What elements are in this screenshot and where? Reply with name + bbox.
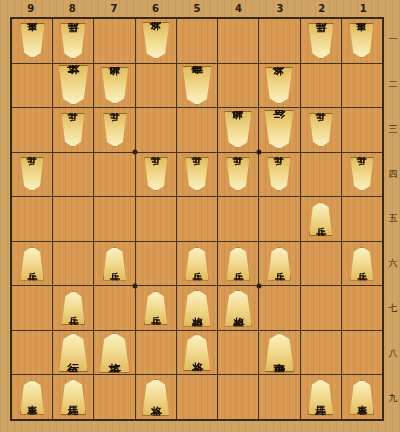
piece-kanji: 角行: [273, 128, 285, 132]
cell-39[interactable]: [259, 375, 299, 419]
cell-42[interactable]: [218, 64, 258, 108]
cell-33[interactable]: 角行: [259, 108, 299, 152]
piece-sente-lance-99[interactable]: 香車: [20, 380, 45, 415]
piece-gote-lance-91[interactable]: 香車: [20, 23, 45, 58]
file-label-1: 1: [342, 0, 384, 17]
piece-kanji: 飛車: [191, 83, 203, 87]
cell-89[interactable]: 桂馬: [53, 375, 93, 419]
cell-76[interactable]: 歩兵: [94, 242, 134, 286]
piece-sente-gold-69[interactable]: 金将: [142, 379, 170, 416]
piece-sente-pawn-16[interactable]: 歩兵: [350, 247, 374, 281]
piece-sente-pawn-25[interactable]: 歩兵: [309, 202, 333, 236]
cell-66[interactable]: [136, 242, 176, 286]
cell-88[interactable]: 角行: [53, 331, 93, 375]
piece-gote-pawn-54[interactable]: 歩兵: [185, 157, 209, 191]
piece-kanji: 歩兵: [192, 172, 202, 176]
piece-sente-pawn-76[interactable]: 歩兵: [103, 247, 127, 281]
piece-kanji: 歩兵: [274, 262, 284, 266]
piece-gote-lance-11[interactable]: 香車: [349, 23, 374, 58]
piece-kanji: 香車: [357, 39, 367, 43]
cell-37[interactable]: [259, 286, 299, 330]
piece-kanji: 桂馬: [315, 395, 326, 399]
cell-46[interactable]: 歩兵: [218, 242, 258, 286]
cell-73[interactable]: 歩兵: [94, 108, 134, 152]
shogi-app: 987654321 一二三四五六七八九 香車桂馬金将桂馬香車王将銀将飛車金将歩兵…: [0, 0, 400, 432]
cell-47[interactable]: 銀将: [218, 286, 258, 330]
cell-23[interactable]: 歩兵: [301, 108, 341, 152]
cell-36[interactable]: 歩兵: [259, 242, 299, 286]
cell-59[interactable]: [177, 375, 217, 419]
cell-58[interactable]: 金将: [177, 331, 217, 375]
piece-kanji: 歩兵: [233, 262, 243, 266]
rank-label-1: 一: [386, 17, 400, 62]
piece-kanji: 歩兵: [316, 128, 326, 132]
piece-sente-knight-29[interactable]: 桂馬: [308, 379, 334, 415]
cell-13[interactable]: [342, 108, 382, 152]
piece-sente-king-78[interactable]: 王将: [99, 333, 130, 373]
hoshi-dot-3: [133, 283, 138, 288]
piece-kanji: 歩兵: [233, 172, 243, 176]
piece-kanji: 銀将: [191, 306, 203, 310]
rank-label-8: 八: [386, 331, 400, 376]
cell-11[interactable]: 香車: [342, 19, 382, 63]
rank-label-6: 六: [386, 241, 400, 286]
cell-17[interactable]: [342, 286, 382, 330]
cell-71[interactable]: [94, 19, 134, 63]
piece-kanji: 歩兵: [27, 262, 37, 266]
piece-kanji: 角行: [67, 351, 79, 355]
cell-87[interactable]: 歩兵: [53, 286, 93, 330]
cell-18[interactable]: [342, 331, 382, 375]
piece-sente-silver-57[interactable]: 銀将: [183, 290, 211, 327]
cell-57[interactable]: 銀将: [177, 286, 217, 330]
cell-96[interactable]: 歩兵: [12, 242, 52, 286]
file-label-8: 8: [52, 0, 94, 17]
piece-gote-pawn-64[interactable]: 歩兵: [144, 157, 168, 191]
piece-kanji: 香車: [357, 395, 367, 399]
cell-32[interactable]: 金将: [259, 64, 299, 108]
piece-sente-pawn-96[interactable]: 歩兵: [20, 247, 44, 281]
cell-34[interactable]: 歩兵: [259, 153, 299, 197]
cell-54[interactable]: 歩兵: [177, 153, 217, 197]
piece-kanji: 金将: [150, 395, 162, 399]
piece-kanji: 歩兵: [68, 128, 78, 132]
piece-sente-pawn-36[interactable]: 歩兵: [267, 247, 291, 281]
piece-kanji: 王将: [67, 83, 80, 87]
cell-16[interactable]: 歩兵: [342, 242, 382, 286]
hoshi-dot-1: [133, 150, 138, 155]
cell-27[interactable]: [301, 286, 341, 330]
cell-85[interactable]: [53, 197, 93, 241]
piece-gote-bishop-33[interactable]: 角行: [264, 110, 294, 149]
file-label-9: 9: [10, 0, 52, 17]
piece-sente-bishop-88[interactable]: 角行: [58, 333, 88, 372]
cell-56[interactable]: 歩兵: [177, 242, 217, 286]
cell-74[interactable]: [94, 153, 134, 197]
cell-75[interactable]: [94, 197, 134, 241]
cell-41[interactable]: [218, 19, 258, 63]
cell-84[interactable]: [53, 153, 93, 197]
cell-21[interactable]: 桂馬: [301, 19, 341, 63]
rank-coordinates: 一二三四五六七八九: [386, 17, 400, 421]
cell-86[interactable]: [53, 242, 93, 286]
rank-label-2: 二: [386, 62, 400, 107]
piece-sente-rook-38[interactable]: 飛車: [264, 333, 294, 372]
cell-29[interactable]: 桂馬: [301, 375, 341, 419]
cell-61[interactable]: 金将: [136, 19, 176, 63]
piece-kanji: 桂馬: [68, 39, 79, 43]
piece-gote-pawn-83[interactable]: 歩兵: [61, 113, 85, 147]
cell-55[interactable]: [177, 197, 217, 241]
cell-98[interactable]: [12, 331, 52, 375]
cell-82[interactable]: 王将: [53, 64, 93, 108]
piece-sente-pawn-46[interactable]: 歩兵: [226, 247, 250, 281]
cell-63[interactable]: [136, 108, 176, 152]
piece-kanji: 歩兵: [151, 172, 161, 176]
piece-gote-pawn-73[interactable]: 歩兵: [103, 113, 127, 147]
cell-12[interactable]: [342, 64, 382, 108]
cell-22[interactable]: [301, 64, 341, 108]
cell-31[interactable]: [259, 19, 299, 63]
piece-sente-pawn-56[interactable]: 歩兵: [185, 247, 209, 281]
cell-77[interactable]: [94, 286, 134, 330]
cell-38[interactable]: 飛車: [259, 331, 299, 375]
piece-kanji: 金将: [274, 83, 286, 87]
piece-kanji: 桂馬: [68, 395, 79, 399]
rank-label-7: 七: [386, 286, 400, 331]
cell-28[interactable]: [301, 331, 341, 375]
cell-99[interactable]: 香車: [12, 375, 52, 419]
piece-kanji: 歩兵: [274, 172, 284, 176]
cell-43[interactable]: 銀将: [218, 108, 258, 152]
cell-45[interactable]: [218, 197, 258, 241]
rank-label-9: 九: [386, 376, 400, 421]
cell-51[interactable]: [177, 19, 217, 63]
piece-kanji: 香車: [27, 39, 37, 43]
piece-kanji: 銀将: [232, 128, 244, 132]
piece-kanji: 歩兵: [27, 172, 37, 176]
piece-kanji: 歩兵: [68, 306, 78, 310]
cell-97[interactable]: [12, 286, 52, 330]
rank-label-4: 四: [386, 152, 400, 197]
file-label-6: 6: [135, 0, 177, 17]
cell-49[interactable]: [218, 375, 258, 419]
piece-gote-silver-72[interactable]: 銀将: [101, 67, 129, 104]
piece-kanji: 歩兵: [357, 172, 367, 176]
cell-81[interactable]: 桂馬: [53, 19, 93, 63]
cell-72[interactable]: 銀将: [94, 64, 134, 108]
cell-25[interactable]: 歩兵: [301, 197, 341, 241]
cell-94[interactable]: 歩兵: [12, 153, 52, 197]
cell-19[interactable]: 香車: [342, 375, 382, 419]
piece-kanji: 金将: [150, 39, 162, 43]
cell-92[interactable]: [12, 64, 52, 108]
piece-sente-silver-47[interactable]: 銀将: [224, 290, 252, 327]
cell-24[interactable]: [301, 153, 341, 197]
cell-79[interactable]: [94, 375, 134, 419]
piece-sente-lance-19[interactable]: 香車: [349, 380, 374, 415]
file-label-5: 5: [176, 0, 218, 17]
hoshi-dot-4: [256, 283, 261, 288]
cell-52[interactable]: 飛車: [177, 64, 217, 108]
piece-kanji: 飛車: [273, 351, 285, 355]
piece-kanji: 歩兵: [151, 306, 161, 310]
piece-gote-pawn-34[interactable]: 歩兵: [267, 157, 291, 191]
piece-sente-knight-89[interactable]: 桂馬: [60, 379, 86, 415]
piece-kanji: 銀将: [232, 306, 244, 310]
file-label-7: 7: [93, 0, 135, 17]
cell-65[interactable]: [136, 197, 176, 241]
piece-gote-knight-21[interactable]: 桂馬: [308, 23, 334, 59]
piece-gote-king-82[interactable]: 王将: [58, 65, 89, 105]
cell-78[interactable]: 王将: [94, 331, 134, 375]
cell-62[interactable]: [136, 64, 176, 108]
piece-kanji: 銀将: [109, 83, 121, 87]
piece-kanji: 歩兵: [316, 217, 326, 221]
cell-14[interactable]: 歩兵: [342, 153, 382, 197]
piece-gote-gold-32[interactable]: 金将: [265, 67, 293, 104]
piece-kanji: 歩兵: [192, 262, 202, 266]
file-label-2: 2: [301, 0, 343, 17]
piece-kanji: 歩兵: [110, 262, 120, 266]
piece-sente-pawn-87[interactable]: 歩兵: [61, 291, 85, 325]
cell-91[interactable]: 香車: [12, 19, 52, 63]
piece-kanji: 歩兵: [110, 128, 120, 132]
cell-26[interactable]: [301, 242, 341, 286]
cell-68[interactable]: [136, 331, 176, 375]
piece-gote-pawn-14[interactable]: 歩兵: [350, 157, 374, 191]
piece-gote-pawn-44[interactable]: 歩兵: [226, 157, 250, 191]
shogi-board: 香車桂馬金将桂馬香車王将銀将飛車金将歩兵歩兵銀将角行歩兵歩兵歩兵歩兵歩兵歩兵歩兵…: [10, 17, 384, 421]
rank-label-5: 五: [386, 197, 400, 242]
cell-95[interactable]: [12, 197, 52, 241]
piece-kanji: 桂馬: [315, 39, 326, 43]
hoshi-dot-2: [256, 150, 261, 155]
piece-kanji: 王将: [108, 351, 121, 355]
cell-69[interactable]: 金将: [136, 375, 176, 419]
piece-gote-pawn-94[interactable]: 歩兵: [20, 157, 44, 191]
file-label-4: 4: [218, 0, 260, 17]
cell-83[interactable]: 歩兵: [53, 108, 93, 152]
file-label-3: 3: [259, 0, 301, 17]
piece-gote-gold-61[interactable]: 金将: [142, 22, 170, 59]
piece-gote-silver-43[interactable]: 銀将: [224, 111, 252, 148]
cell-15[interactable]: [342, 197, 382, 241]
cell-64[interactable]: 歩兵: [136, 153, 176, 197]
cell-35[interactable]: [259, 197, 299, 241]
cell-48[interactable]: [218, 331, 258, 375]
rank-label-3: 三: [386, 107, 400, 152]
piece-kanji: 金将: [191, 351, 203, 355]
cell-53[interactable]: [177, 108, 217, 152]
piece-sente-pawn-67[interactable]: 歩兵: [144, 291, 168, 325]
piece-gote-pawn-23[interactable]: 歩兵: [309, 113, 333, 147]
piece-kanji: 歩兵: [357, 262, 367, 266]
piece-kanji: 香車: [27, 395, 37, 399]
file-coordinates: 987654321: [10, 0, 384, 17]
piece-sente-gold-58[interactable]: 金将: [183, 334, 211, 371]
cell-67[interactable]: 歩兵: [136, 286, 176, 330]
piece-gote-rook-52[interactable]: 飛車: [182, 66, 212, 105]
cell-93[interactable]: [12, 108, 52, 152]
cell-44[interactable]: 歩兵: [218, 153, 258, 197]
piece-gote-knight-81[interactable]: 桂馬: [60, 23, 86, 59]
